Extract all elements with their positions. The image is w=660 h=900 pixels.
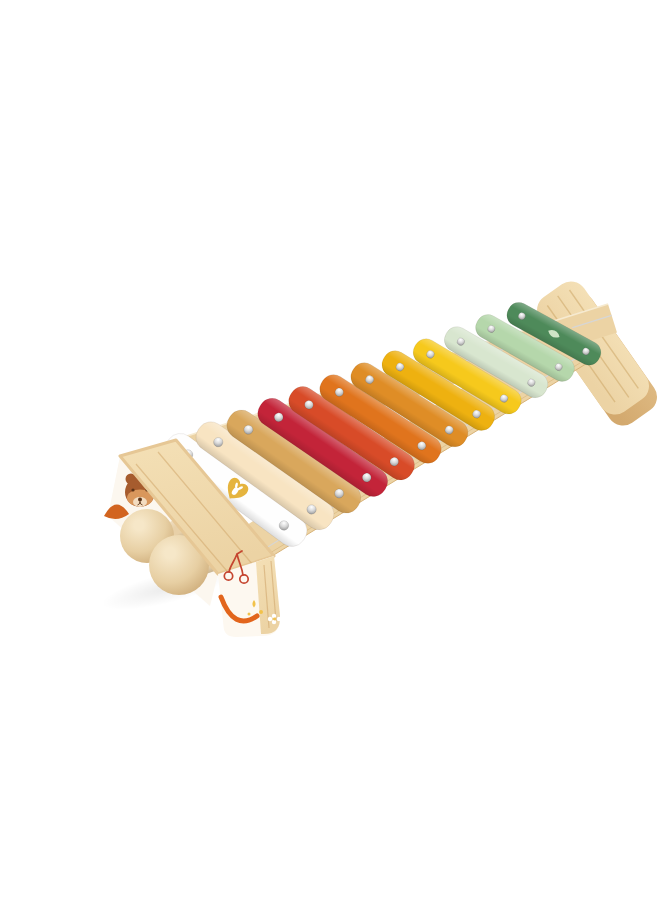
- xylophone-photo: [40, 16, 660, 900]
- petal: [272, 620, 276, 624]
- petal: [272, 614, 276, 618]
- flower-center: [273, 618, 276, 621]
- product-photo-canvas: Product photo of a children's wooden xyl…: [40, 16, 660, 900]
- sparkle: [248, 613, 251, 616]
- sparkle: [259, 610, 263, 614]
- petal: [277, 617, 281, 621]
- bear-nose: [138, 498, 142, 502]
- petal: [268, 617, 272, 621]
- bear-eye: [131, 488, 134, 491]
